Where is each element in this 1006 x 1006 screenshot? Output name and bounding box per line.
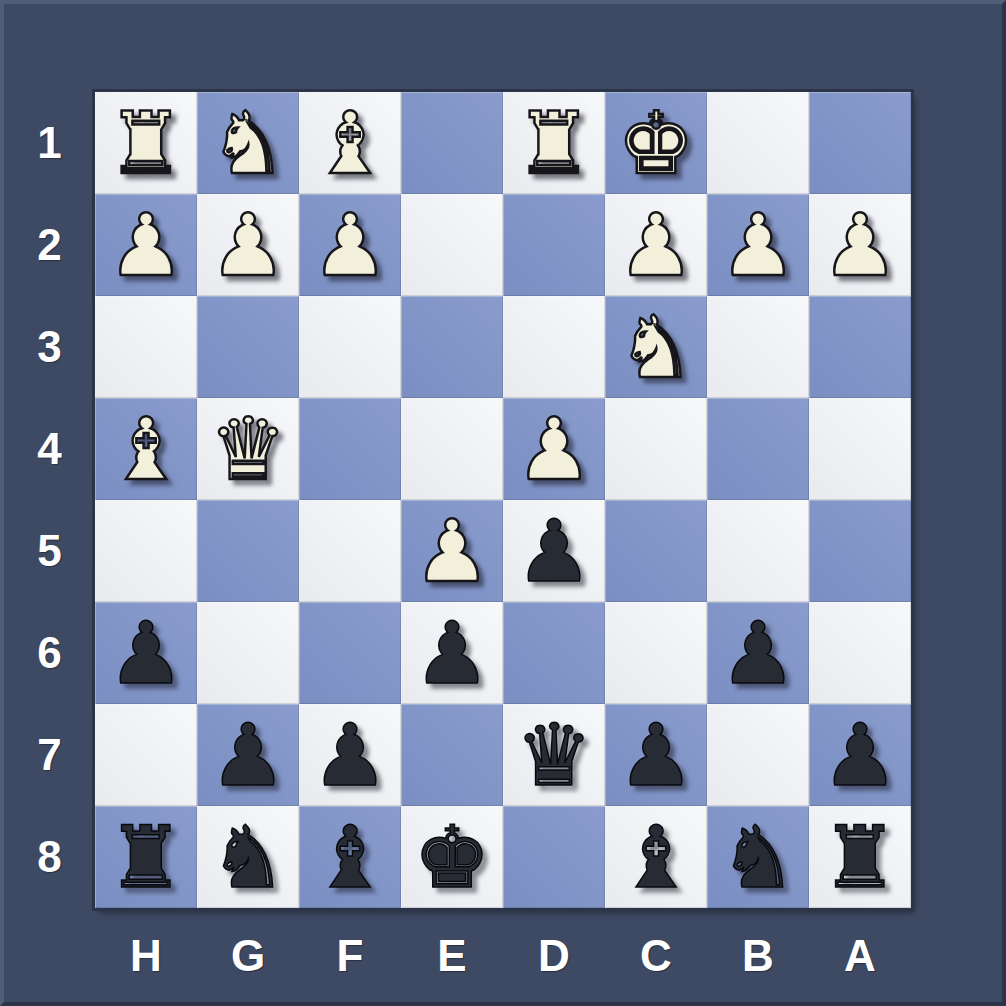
square-d1[interactable]: ♜	[503, 92, 605, 194]
white-king-icon: ♚	[617, 92, 694, 194]
square-e7[interactable]	[401, 704, 503, 806]
square-g5[interactable]	[197, 500, 299, 602]
square-e8[interactable]: ♚	[401, 806, 503, 908]
square-e1[interactable]	[401, 92, 503, 194]
square-b2[interactable]: ♟	[707, 194, 809, 296]
square-a5[interactable]	[809, 500, 911, 602]
square-d5[interactable]: ♟	[503, 500, 605, 602]
square-a3[interactable]	[809, 296, 911, 398]
black-pawn-icon: ♟	[413, 602, 490, 704]
white-pawn-icon: ♟	[719, 194, 796, 296]
chess-board: ♜♞♝♜♚♟♟♟♟♟♟♞♝♛♟♟♟♟♟♟♟♟♛♟♟♜♞♝♚♝♞♜	[95, 92, 911, 908]
file-label-f: F	[299, 910, 401, 1002]
square-b4[interactable]	[707, 398, 809, 500]
square-e4[interactable]	[401, 398, 503, 500]
black-pawn-icon: ♟	[821, 704, 898, 806]
white-bishop-icon: ♝	[107, 398, 184, 500]
black-rook-icon: ♜	[107, 806, 184, 908]
rank-label-1: 1	[4, 92, 95, 194]
square-h5[interactable]	[95, 500, 197, 602]
square-g7[interactable]: ♟	[197, 704, 299, 806]
white-knight-icon: ♞	[209, 92, 286, 194]
square-d7[interactable]: ♛	[503, 704, 605, 806]
square-c1[interactable]: ♚	[605, 92, 707, 194]
square-c8[interactable]: ♝	[605, 806, 707, 908]
white-pawn-icon: ♟	[107, 194, 184, 296]
white-bishop-icon: ♝	[311, 92, 388, 194]
square-f1[interactable]: ♝	[299, 92, 401, 194]
rank-label-6: 6	[4, 602, 95, 704]
square-c4[interactable]	[605, 398, 707, 500]
black-knight-icon: ♞	[209, 806, 286, 908]
square-h4[interactable]: ♝	[95, 398, 197, 500]
square-f6[interactable]	[299, 602, 401, 704]
square-f5[interactable]	[299, 500, 401, 602]
black-rook-icon: ♜	[821, 806, 898, 908]
square-b6[interactable]: ♟	[707, 602, 809, 704]
white-rook-icon: ♜	[107, 92, 184, 194]
square-g3[interactable]	[197, 296, 299, 398]
square-g8[interactable]: ♞	[197, 806, 299, 908]
white-pawn-icon: ♟	[821, 194, 898, 296]
square-b5[interactable]	[707, 500, 809, 602]
square-a2[interactable]: ♟	[809, 194, 911, 296]
square-c7[interactable]: ♟	[605, 704, 707, 806]
square-f3[interactable]	[299, 296, 401, 398]
square-f2[interactable]: ♟	[299, 194, 401, 296]
square-h2[interactable]: ♟	[95, 194, 197, 296]
black-pawn-icon: ♟	[311, 704, 388, 806]
square-d3[interactable]	[503, 296, 605, 398]
file-label-c: C	[605, 910, 707, 1002]
square-b3[interactable]	[707, 296, 809, 398]
file-label-e: E	[401, 910, 503, 1002]
square-a7[interactable]: ♟	[809, 704, 911, 806]
white-pawn-icon: ♟	[617, 194, 694, 296]
square-e5[interactable]: ♟	[401, 500, 503, 602]
black-pawn-icon: ♟	[515, 500, 592, 602]
square-b1[interactable]	[707, 92, 809, 194]
file-label-d: D	[503, 910, 605, 1002]
square-c6[interactable]	[605, 602, 707, 704]
white-pawn-icon: ♟	[413, 500, 490, 602]
file-labels: H G F E D C B A	[95, 910, 911, 1002]
rank-label-7: 7	[4, 704, 95, 806]
black-king-icon: ♚	[413, 806, 490, 908]
square-c5[interactable]	[605, 500, 707, 602]
black-pawn-icon: ♟	[209, 704, 286, 806]
square-d6[interactable]	[503, 602, 605, 704]
rank-label-3: 3	[4, 296, 95, 398]
square-h1[interactable]: ♜	[95, 92, 197, 194]
square-e6[interactable]: ♟	[401, 602, 503, 704]
square-f4[interactable]	[299, 398, 401, 500]
black-queen-icon: ♛	[515, 704, 592, 806]
square-h8[interactable]: ♜	[95, 806, 197, 908]
square-h6[interactable]: ♟	[95, 602, 197, 704]
white-pawn-icon: ♟	[515, 398, 592, 500]
file-label-b: B	[707, 910, 809, 1002]
square-h3[interactable]	[95, 296, 197, 398]
square-e2[interactable]	[401, 194, 503, 296]
black-pawn-icon: ♟	[719, 602, 796, 704]
square-d2[interactable]	[503, 194, 605, 296]
white-knight-icon: ♞	[617, 296, 694, 398]
square-a8[interactable]: ♜	[809, 806, 911, 908]
square-g2[interactable]: ♟	[197, 194, 299, 296]
square-b8[interactable]: ♞	[707, 806, 809, 908]
black-bishop-icon: ♝	[311, 806, 388, 908]
chess-app-window: 1 2 3 4 5 6 7 8 ♜♞♝♜♚♟♟♟♟♟♟♞♝♛♟♟♟♟♟♟♟♟♛♟…	[0, 0, 1006, 1006]
square-b7[interactable]	[707, 704, 809, 806]
square-c3[interactable]: ♞	[605, 296, 707, 398]
square-d8[interactable]	[503, 806, 605, 908]
white-pawn-icon: ♟	[209, 194, 286, 296]
square-c2[interactable]: ♟	[605, 194, 707, 296]
file-label-g: G	[197, 910, 299, 1002]
rank-labels: 1 2 3 4 5 6 7 8	[4, 92, 95, 908]
file-label-h: H	[95, 910, 197, 1002]
black-pawn-icon: ♟	[617, 704, 694, 806]
square-e3[interactable]	[401, 296, 503, 398]
square-d4[interactable]: ♟	[503, 398, 605, 500]
square-a4[interactable]	[809, 398, 911, 500]
black-bishop-icon: ♝	[617, 806, 694, 908]
white-queen-icon: ♛	[209, 398, 286, 500]
square-f7[interactable]: ♟	[299, 704, 401, 806]
square-a6[interactable]	[809, 602, 911, 704]
file-label-a: A	[809, 910, 911, 1002]
white-pawn-icon: ♟	[311, 194, 388, 296]
black-pawn-icon: ♟	[107, 602, 184, 704]
square-f8[interactable]: ♝	[299, 806, 401, 908]
square-a1[interactable]	[809, 92, 911, 194]
square-g6[interactable]	[197, 602, 299, 704]
rank-label-4: 4	[4, 398, 95, 500]
rank-label-2: 2	[4, 194, 95, 296]
white-rook-icon: ♜	[515, 92, 592, 194]
rank-label-5: 5	[4, 500, 95, 602]
black-knight-icon: ♞	[719, 806, 796, 908]
square-g1[interactable]: ♞	[197, 92, 299, 194]
square-h7[interactable]	[95, 704, 197, 806]
rank-label-8: 8	[4, 806, 95, 908]
square-g4[interactable]: ♛	[197, 398, 299, 500]
